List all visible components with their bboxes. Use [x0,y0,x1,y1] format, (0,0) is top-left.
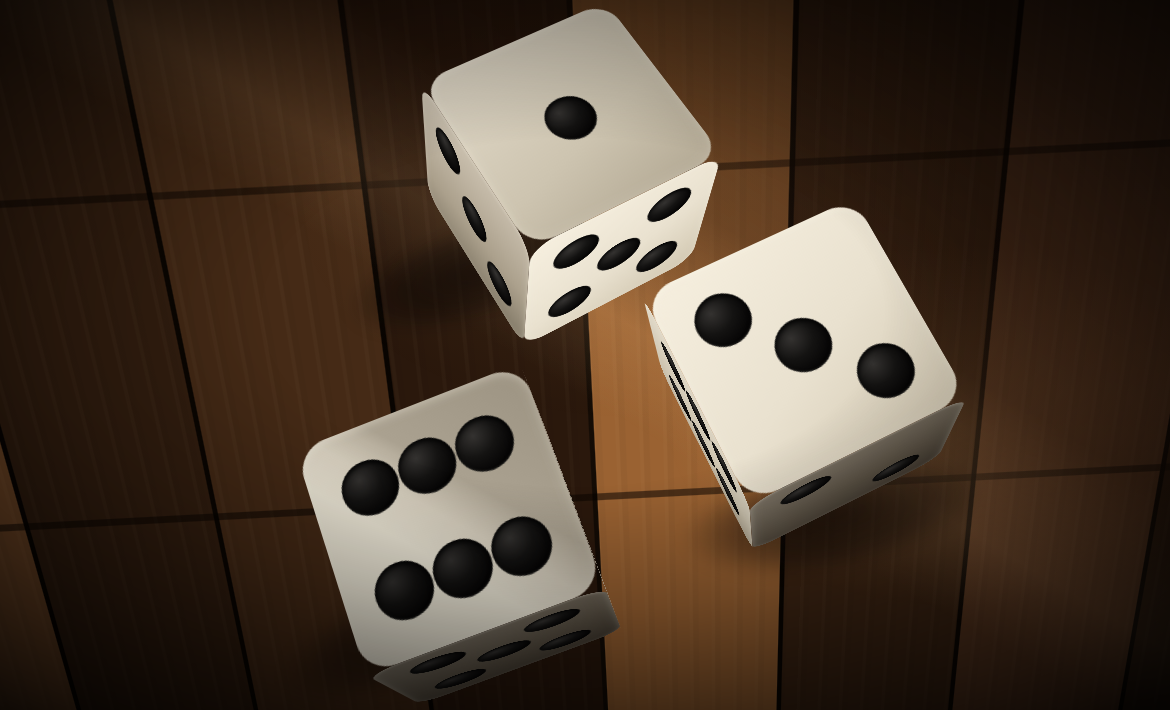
pip [595,231,643,277]
die-front-right-cube [695,295,910,459]
pip [871,450,921,486]
pip [552,227,601,275]
dice-photo-scene [0,0,1170,710]
die-back-orientation [553,175,666,288]
pip [425,531,500,607]
pip [368,553,442,629]
pip [487,252,512,313]
pip [765,309,843,382]
pip [484,508,561,585]
die-front-right-orientation [793,382,911,500]
die-front-left-cube [330,472,585,606]
pip [430,666,490,691]
pip [447,407,521,481]
pip [461,186,486,249]
pip [391,429,464,503]
pip [684,284,761,357]
pip [534,88,606,147]
pip [846,334,925,408]
pip [644,180,694,228]
pip [335,451,407,525]
pip [633,234,679,278]
die-back-cube [473,75,661,268]
die-front-left-orientation [467,475,627,635]
dice-layer [0,0,1170,710]
pip [536,626,592,653]
pip [473,637,534,665]
pip [547,279,593,323]
